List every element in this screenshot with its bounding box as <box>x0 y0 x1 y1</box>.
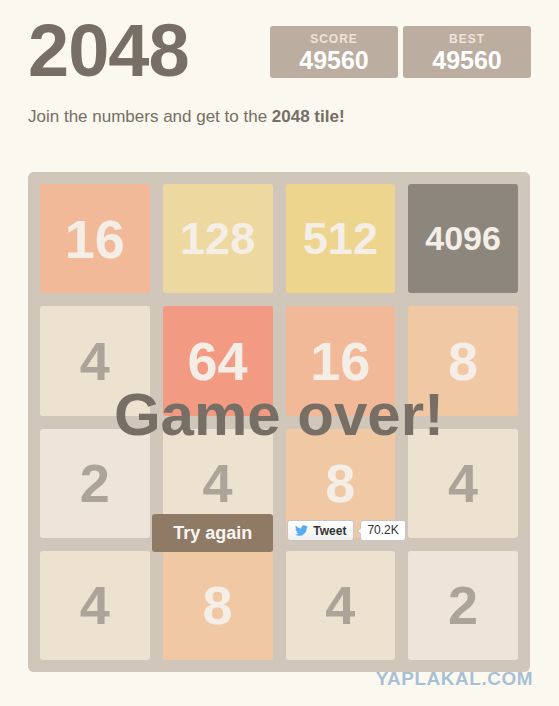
game-over-message: Game over! <box>28 384 530 446</box>
subtitle-goal: 2048 tile! <box>272 107 345 126</box>
best-label: BEST <box>449 32 485 46</box>
page: 2048 SCORE 49560 BEST 49560 Join the num… <box>0 0 559 672</box>
score-value: 49560 <box>299 46 369 74</box>
try-again-button[interactable]: Try again <box>152 514 273 552</box>
tweet-widget: Tweet 70.2K <box>287 520 405 541</box>
score-box: SCORE 49560 <box>270 26 398 78</box>
twitter-bird-icon <box>294 524 309 537</box>
subtitle: Join the numbers and get to the 2048 til… <box>28 106 531 127</box>
tweet-button[interactable]: Tweet <box>287 520 354 541</box>
overlay-buttons: Try again Tweet 70.2K <box>28 514 530 552</box>
subtitle-text: Join the numbers and get to the <box>28 107 272 126</box>
header: 2048 SCORE 49560 BEST 49560 <box>28 0 531 88</box>
score-label: SCORE <box>310 32 358 46</box>
scores-container: SCORE 49560 BEST 49560 <box>270 26 531 78</box>
tweet-count-bubble[interactable]: 70.2K <box>360 520 405 541</box>
watermark: YAPLAKAL.COM <box>376 668 533 690</box>
best-value: 49560 <box>432 46 502 74</box>
game-board: 16128512409646416824844842 Game over! Tr… <box>28 172 530 672</box>
tweet-label: Tweet <box>313 524 346 538</box>
game-over-overlay: Game over! Try again Tweet 70.2K <box>28 172 530 672</box>
game-title: 2048 <box>28 13 189 88</box>
best-box: BEST 49560 <box>403 26 531 78</box>
